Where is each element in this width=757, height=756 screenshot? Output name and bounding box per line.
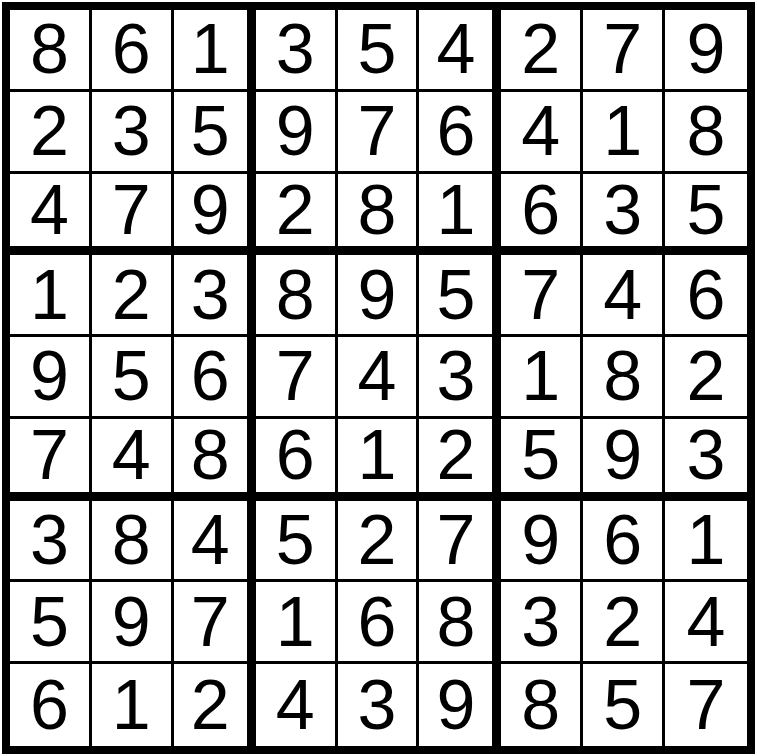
cell-r5c6[interactable]: 3	[419, 337, 501, 419]
cell-r7c2[interactable]: 8	[92, 501, 174, 583]
cell-r1c1[interactable]: 8	[10, 10, 92, 92]
cell-r6c8[interactable]: 9	[583, 419, 665, 501]
cell-r8c3[interactable]: 7	[174, 582, 256, 664]
sudoku-board: 8613542792359764184792816351238957469567…	[2, 2, 755, 754]
cell-r5c9[interactable]: 2	[665, 337, 747, 419]
cell-r2c7[interactable]: 4	[501, 92, 583, 174]
cell-r7c3[interactable]: 4	[174, 501, 256, 583]
cell-r1c4[interactable]: 3	[256, 10, 338, 92]
cell-r2c2[interactable]: 3	[92, 92, 174, 174]
cell-r2c9[interactable]: 8	[665, 92, 747, 174]
cell-r9c5[interactable]: 3	[338, 664, 420, 746]
cell-r5c7[interactable]: 1	[501, 337, 583, 419]
cell-r7c1[interactable]: 3	[10, 501, 92, 583]
cell-r9c4[interactable]: 4	[256, 664, 338, 746]
cell-r7c4[interactable]: 5	[256, 501, 338, 583]
cell-r1c8[interactable]: 7	[583, 10, 665, 92]
cell-r4c6[interactable]: 5	[419, 255, 501, 337]
cell-r4c1[interactable]: 1	[10, 255, 92, 337]
cell-r1c3[interactable]: 1	[174, 10, 256, 92]
cell-r6c6[interactable]: 2	[419, 419, 501, 501]
cell-r3c9[interactable]: 5	[665, 174, 747, 256]
cell-r1c6[interactable]: 4	[419, 10, 501, 92]
cell-r2c3[interactable]: 5	[174, 92, 256, 174]
cell-r6c3[interactable]: 8	[174, 419, 256, 501]
cell-r3c3[interactable]: 9	[174, 174, 256, 256]
cell-r9c3[interactable]: 2	[174, 664, 256, 746]
cell-r4c8[interactable]: 4	[583, 255, 665, 337]
cell-r4c2[interactable]: 2	[92, 255, 174, 337]
cell-r5c1[interactable]: 9	[10, 337, 92, 419]
cell-r1c7[interactable]: 2	[501, 10, 583, 92]
cell-r7c8[interactable]: 6	[583, 501, 665, 583]
cell-r8c8[interactable]: 2	[583, 582, 665, 664]
cell-r9c7[interactable]: 8	[501, 664, 583, 746]
cell-r2c8[interactable]: 1	[583, 92, 665, 174]
cell-r9c1[interactable]: 6	[10, 664, 92, 746]
cell-r7c9[interactable]: 1	[665, 501, 747, 583]
cell-r8c2[interactable]: 9	[92, 582, 174, 664]
cell-r1c9[interactable]: 9	[665, 10, 747, 92]
cell-r5c2[interactable]: 5	[92, 337, 174, 419]
cell-r6c9[interactable]: 3	[665, 419, 747, 501]
cell-r3c4[interactable]: 2	[256, 174, 338, 256]
cell-r6c4[interactable]: 6	[256, 419, 338, 501]
cell-r5c8[interactable]: 8	[583, 337, 665, 419]
cell-r1c2[interactable]: 6	[92, 10, 174, 92]
cell-r6c7[interactable]: 5	[501, 419, 583, 501]
cell-r9c2[interactable]: 1	[92, 664, 174, 746]
cell-r9c6[interactable]: 9	[419, 664, 501, 746]
cell-r7c6[interactable]: 7	[419, 501, 501, 583]
cell-r7c7[interactable]: 9	[501, 501, 583, 583]
cell-r1c5[interactable]: 5	[338, 10, 420, 92]
cell-r6c1[interactable]: 7	[10, 419, 92, 501]
cell-r2c1[interactable]: 2	[10, 92, 92, 174]
cell-r4c3[interactable]: 3	[174, 255, 256, 337]
cell-r4c9[interactable]: 6	[665, 255, 747, 337]
cell-r8c1[interactable]: 5	[10, 582, 92, 664]
cell-r4c4[interactable]: 8	[256, 255, 338, 337]
cell-r9c9[interactable]: 7	[665, 664, 747, 746]
cell-r7c5[interactable]: 2	[338, 501, 420, 583]
cell-r8c5[interactable]: 6	[338, 582, 420, 664]
cell-r4c5[interactable]: 9	[338, 255, 420, 337]
cell-r3c8[interactable]: 3	[583, 174, 665, 256]
cell-r3c7[interactable]: 6	[501, 174, 583, 256]
cell-r6c2[interactable]: 4	[92, 419, 174, 501]
cell-r3c6[interactable]: 1	[419, 174, 501, 256]
cell-r3c5[interactable]: 8	[338, 174, 420, 256]
cell-r5c5[interactable]: 4	[338, 337, 420, 419]
cell-r4c7[interactable]: 7	[501, 255, 583, 337]
cell-r3c2[interactable]: 7	[92, 174, 174, 256]
cell-r5c3[interactable]: 6	[174, 337, 256, 419]
cell-r8c6[interactable]: 8	[419, 582, 501, 664]
cell-r3c1[interactable]: 4	[10, 174, 92, 256]
cell-r6c5[interactable]: 1	[338, 419, 420, 501]
cell-r8c7[interactable]: 3	[501, 582, 583, 664]
cell-r8c9[interactable]: 4	[665, 582, 747, 664]
cell-r2c6[interactable]: 6	[419, 92, 501, 174]
cell-r2c4[interactable]: 9	[256, 92, 338, 174]
sudoku-page: 8613542792359764184792816351238957469567…	[0, 0, 757, 756]
cell-r5c4[interactable]: 7	[256, 337, 338, 419]
cell-r2c5[interactable]: 7	[338, 92, 420, 174]
cell-r8c4[interactable]: 1	[256, 582, 338, 664]
cell-r9c8[interactable]: 5	[583, 664, 665, 746]
